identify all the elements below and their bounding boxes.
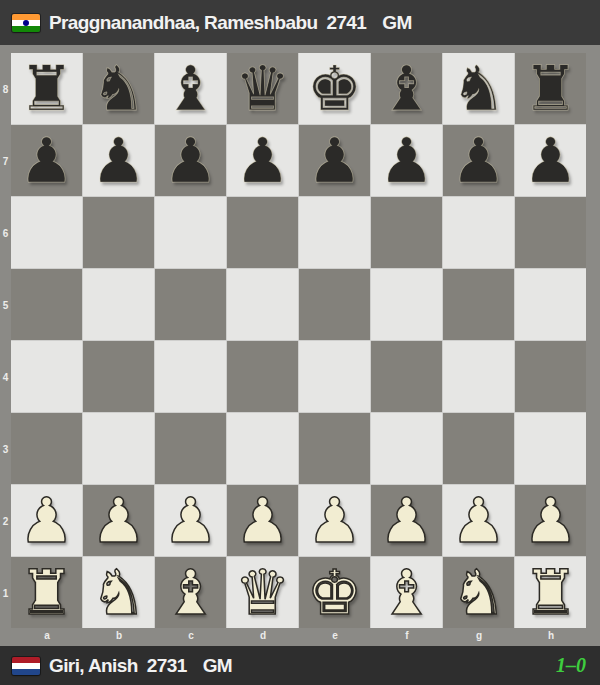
square-d7[interactable]: ♟: [227, 125, 298, 196]
square-c4[interactable]: [155, 341, 226, 412]
piece-black-queen[interactable]: ♛: [235, 53, 291, 124]
rank-label-5: 5: [0, 269, 11, 341]
piece-black-bishop[interactable]: ♝: [379, 53, 435, 124]
square-f8[interactable]: ♝: [371, 53, 442, 124]
square-g7[interactable]: ♟: [443, 125, 514, 196]
square-b7[interactable]: ♟: [83, 125, 154, 196]
piece-white-knight[interactable]: ♞: [91, 557, 147, 628]
file-label-h: h: [515, 628, 587, 646]
square-f3[interactable]: [371, 413, 442, 484]
square-e2[interactable]: ♟: [299, 485, 370, 556]
india-flag-icon: [12, 14, 40, 32]
square-a4[interactable]: [11, 341, 82, 412]
rank-label-1: 1: [0, 557, 11, 629]
piece-white-pawn[interactable]: ♟: [163, 485, 219, 556]
square-g5[interactable]: [443, 269, 514, 340]
piece-white-bishop[interactable]: ♝: [163, 557, 219, 628]
square-h2[interactable]: ♟: [515, 485, 586, 556]
file-label-b: b: [83, 628, 155, 646]
square-b4[interactable]: [83, 341, 154, 412]
piece-black-king[interactable]: ♚: [307, 53, 363, 124]
square-h7[interactable]: ♟: [515, 125, 586, 196]
square-h5[interactable]: [515, 269, 586, 340]
rank-labels: 87654321: [0, 53, 11, 629]
chess-game-viewer: Praggnanandhaa, Rameshbabu 2741 GM 87654…: [0, 0, 600, 685]
piece-black-rook[interactable]: ♜: [19, 53, 75, 124]
square-e5[interactable]: [299, 269, 370, 340]
square-h6[interactable]: [515, 197, 586, 268]
piece-white-pawn[interactable]: ♟: [19, 485, 75, 556]
square-c3[interactable]: [155, 413, 226, 484]
top-player-title: GM: [382, 12, 411, 34]
square-d1[interactable]: ♛: [227, 557, 298, 628]
square-b1[interactable]: ♞: [83, 557, 154, 628]
square-g1[interactable]: ♞: [443, 557, 514, 628]
square-d3[interactable]: [227, 413, 298, 484]
piece-white-pawn[interactable]: ♟: [523, 485, 579, 556]
square-c7[interactable]: ♟: [155, 125, 226, 196]
bottom-player-info: Giri, Anish 2731 GM: [49, 655, 232, 677]
square-b2[interactable]: ♟: [83, 485, 154, 556]
square-e8[interactable]: ♚: [299, 53, 370, 124]
square-a1[interactable]: ♜: [11, 557, 82, 628]
piece-white-rook[interactable]: ♜: [523, 557, 579, 628]
square-c2[interactable]: ♟: [155, 485, 226, 556]
piece-white-pawn[interactable]: ♟: [307, 485, 363, 556]
piece-black-pawn[interactable]: ♟: [163, 125, 219, 196]
square-h1[interactable]: ♜: [515, 557, 586, 628]
square-g8[interactable]: ♞: [443, 53, 514, 124]
square-a3[interactable]: [11, 413, 82, 484]
square-e4[interactable]: [299, 341, 370, 412]
bottom-player-bar: Giri, Anish 2731 GM 1–0: [0, 646, 600, 685]
piece-white-rook[interactable]: ♜: [19, 557, 75, 628]
piece-white-pawn[interactable]: ♟: [451, 485, 507, 556]
board-area: 87654321 ♜♞♝♛♚♝♞♜♟♟♟♟♟♟♟♟♟♟♟♟♟♟♟♟♜♞♝♛♚♝♞…: [0, 45, 600, 646]
file-label-c: c: [155, 628, 227, 646]
square-c1[interactable]: ♝: [155, 557, 226, 628]
square-a8[interactable]: ♜: [11, 53, 82, 124]
file-label-e: e: [299, 628, 371, 646]
piece-black-pawn[interactable]: ♟: [523, 125, 579, 196]
piece-white-pawn[interactable]: ♟: [91, 485, 147, 556]
file-label-g: g: [443, 628, 515, 646]
piece-black-bishop[interactable]: ♝: [163, 53, 219, 124]
file-label-f: f: [371, 628, 443, 646]
top-player-rating: 2741: [326, 12, 366, 34]
piece-black-knight[interactable]: ♞: [451, 53, 507, 124]
piece-black-rook[interactable]: ♜: [523, 53, 579, 124]
rank-label-7: 7: [0, 125, 11, 197]
rank-label-8: 8: [0, 53, 11, 125]
square-c5[interactable]: [155, 269, 226, 340]
rank-label-3: 3: [0, 413, 11, 485]
rank-label-6: 6: [0, 197, 11, 269]
square-d4[interactable]: [227, 341, 298, 412]
square-a2[interactable]: ♟: [11, 485, 82, 556]
square-f1[interactable]: ♝: [371, 557, 442, 628]
square-f5[interactable]: [371, 269, 442, 340]
piece-black-pawn[interactable]: ♟: [235, 125, 291, 196]
chess-board: ♜♞♝♛♚♝♞♜♟♟♟♟♟♟♟♟♟♟♟♟♟♟♟♟♜♞♝♛♚♝♞♜: [11, 53, 586, 628]
square-g4[interactable]: [443, 341, 514, 412]
rank-label-4: 4: [0, 341, 11, 413]
square-e3[interactable]: [299, 413, 370, 484]
bottom-player-name: Giri, Anish: [49, 655, 138, 677]
piece-black-pawn[interactable]: ♟: [19, 125, 75, 196]
piece-black-pawn[interactable]: ♟: [451, 125, 507, 196]
file-label-a: a: [11, 628, 83, 646]
top-player-info: Praggnanandhaa, Rameshbabu 2741 GM: [49, 12, 412, 34]
square-h8[interactable]: ♜: [515, 53, 586, 124]
square-c6[interactable]: [155, 197, 226, 268]
square-f7[interactable]: ♟: [371, 125, 442, 196]
square-f4[interactable]: [371, 341, 442, 412]
piece-white-knight[interactable]: ♞: [451, 557, 507, 628]
square-e6[interactable]: [299, 197, 370, 268]
square-a5[interactable]: [11, 269, 82, 340]
bottom-player-rating: 2731: [147, 655, 187, 677]
square-b5[interactable]: [83, 269, 154, 340]
square-d5[interactable]: [227, 269, 298, 340]
piece-black-pawn[interactable]: ♟: [379, 125, 435, 196]
game-result: 1–0: [556, 654, 586, 677]
square-h3[interactable]: [515, 413, 586, 484]
square-f6[interactable]: [371, 197, 442, 268]
square-d2[interactable]: ♟: [227, 485, 298, 556]
square-c8[interactable]: ♝: [155, 53, 226, 124]
square-e7[interactable]: ♟: [299, 125, 370, 196]
square-e1[interactable]: ♚: [299, 557, 370, 628]
top-player-bar: Praggnanandhaa, Rameshbabu 2741 GM: [0, 0, 600, 45]
rank-label-2: 2: [0, 485, 11, 557]
piece-white-queen[interactable]: ♛: [235, 557, 291, 628]
square-b6[interactable]: [83, 197, 154, 268]
piece-black-pawn[interactable]: ♟: [91, 125, 147, 196]
square-b3[interactable]: [83, 413, 154, 484]
netherlands-flag-icon: [12, 657, 40, 675]
square-b8[interactable]: ♞: [83, 53, 154, 124]
piece-white-bishop[interactable]: ♝: [379, 557, 435, 628]
square-g6[interactable]: [443, 197, 514, 268]
square-a7[interactable]: ♟: [11, 125, 82, 196]
piece-white-pawn[interactable]: ♟: [235, 485, 291, 556]
file-labels: abcdefgh: [11, 628, 587, 646]
piece-black-pawn[interactable]: ♟: [307, 125, 363, 196]
piece-white-king[interactable]: ♚: [307, 557, 363, 628]
square-h4[interactable]: [515, 341, 586, 412]
square-f2[interactable]: ♟: [371, 485, 442, 556]
square-g2[interactable]: ♟: [443, 485, 514, 556]
bottom-player-title: GM: [203, 655, 232, 677]
square-d6[interactable]: [227, 197, 298, 268]
square-d8[interactable]: ♛: [227, 53, 298, 124]
square-g3[interactable]: [443, 413, 514, 484]
file-label-d: d: [227, 628, 299, 646]
chakra-emblem: [23, 20, 29, 26]
piece-black-knight[interactable]: ♞: [91, 53, 147, 124]
top-player-name: Praggnanandhaa, Rameshbabu: [49, 12, 317, 34]
square-a6[interactable]: [11, 197, 82, 268]
piece-white-pawn[interactable]: ♟: [379, 485, 435, 556]
